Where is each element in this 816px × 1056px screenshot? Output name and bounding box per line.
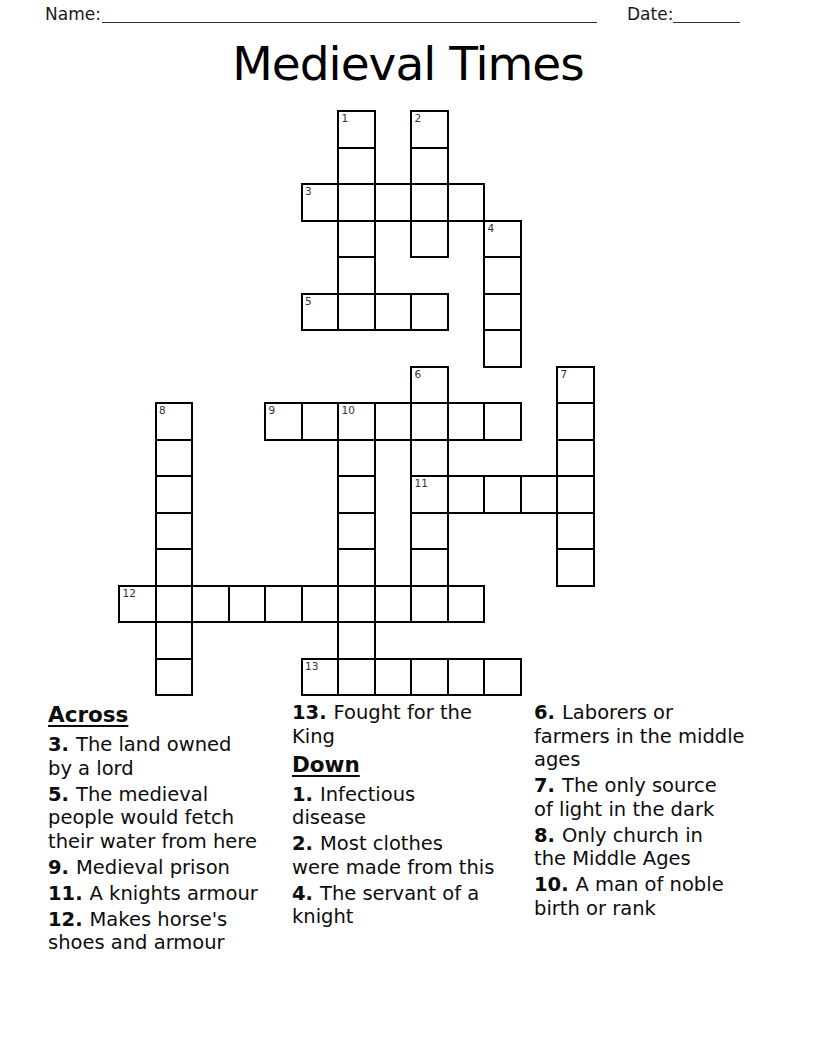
grid-cell[interactable] <box>556 475 595 514</box>
clue-text: The medieval people would fetch their wa… <box>48 783 257 853</box>
clue-number: 12. <box>48 908 83 931</box>
grid-cell[interactable] <box>520 475 559 514</box>
clue-item: 1.Infectious disease <box>292 783 534 830</box>
clue-number: 3. <box>48 733 69 756</box>
grid-cell[interactable]: 10 <box>337 402 376 441</box>
grid-cell[interactable] <box>374 658 413 697</box>
worksheet-title: Medieval Times <box>0 36 816 92</box>
cell-number: 3 <box>305 185 312 198</box>
grid-cell[interactable] <box>447 585 486 624</box>
worksheet-page: Name: Date: Medieval Times 1234567891011… <box>0 0 816 1056</box>
grid-cell[interactable] <box>556 402 595 441</box>
grid-cell[interactable] <box>337 183 376 222</box>
grid-cell[interactable] <box>447 658 486 697</box>
grid-cell[interactable] <box>483 402 522 441</box>
grid-cell[interactable] <box>337 220 376 259</box>
grid-cell[interactable] <box>337 256 376 295</box>
clue-text: The servant of a knight <box>292 882 479 929</box>
cell-number: 2 <box>415 112 422 125</box>
grid-cell[interactable]: 6 <box>410 366 449 405</box>
clue-item: 9.Medieval prison <box>48 856 290 880</box>
grid-cell[interactable] <box>155 658 194 697</box>
grid-cell[interactable] <box>155 475 194 514</box>
clue-number: 7. <box>534 774 555 797</box>
grid-cell[interactable]: 1 <box>337 110 376 149</box>
clue-item: 3.The land owned by a lord <box>48 733 290 780</box>
crossword-grid: 12345678910111213 <box>118 110 597 697</box>
grid-cell[interactable] <box>483 256 522 295</box>
clue-number: 4. <box>292 882 313 905</box>
clue-number: 1. <box>292 783 313 806</box>
clue-header-down: Down <box>292 751 534 778</box>
cell-number: 13 <box>305 660 318 673</box>
clue-column: Across3.The land owned by a lord5.The me… <box>48 701 290 957</box>
clue-text: Laborers or farmers in the middle ages <box>534 701 745 771</box>
grid-cell[interactable]: 3 <box>301 183 340 222</box>
clue-text: The land owned by a lord <box>48 733 231 780</box>
grid-cell[interactable] <box>483 293 522 332</box>
grid-cell[interactable] <box>483 658 522 697</box>
clue-item: 2.Most clothes were made from this <box>292 832 534 879</box>
grid-cell[interactable]: 8 <box>155 402 194 441</box>
clue-number: 5. <box>48 783 69 806</box>
grid-cell[interactable] <box>155 512 194 551</box>
clue-number: 13. <box>292 701 327 724</box>
cell-number: 12 <box>123 587 136 600</box>
clue-text: Only church in the Middle Ages <box>534 824 703 871</box>
grid-cell[interactable] <box>483 475 522 514</box>
clue-number: 10. <box>534 873 569 896</box>
clue-text: Most clothes were made from this <box>292 832 494 879</box>
grid-cell[interactable] <box>155 548 194 587</box>
grid-cell[interactable] <box>155 621 194 660</box>
grid-cell[interactable] <box>337 439 376 478</box>
grid-cell[interactable] <box>410 402 449 441</box>
grid-cell[interactable] <box>410 183 449 222</box>
grid-cell[interactable] <box>374 183 413 222</box>
grid-cell[interactable] <box>301 402 340 441</box>
cell-number: 11 <box>415 477 428 490</box>
grid-cell[interactable] <box>374 585 413 624</box>
clue-text: The only source of light in the dark <box>534 774 717 821</box>
cell-number: 9 <box>269 404 276 417</box>
name-input-line[interactable] <box>102 0 597 23</box>
grid-cell[interactable] <box>337 475 376 514</box>
grid-cell[interactable] <box>483 329 522 368</box>
grid-cell[interactable] <box>228 585 267 624</box>
clue-item: 4.The servant of a knight <box>292 882 534 929</box>
grid-cell[interactable] <box>447 183 486 222</box>
grid-cell[interactable]: 2 <box>410 110 449 149</box>
grid-cell[interactable] <box>264 585 303 624</box>
clue-item: 6.Laborers or farmers in the middle ages <box>534 701 776 772</box>
grid-cell[interactable] <box>410 220 449 259</box>
clue-number: 6. <box>534 701 555 724</box>
clue-item: 10.A man of noble birth or rank <box>534 873 776 920</box>
clue-column: 6.Laborers or farmers in the middle ages… <box>534 701 776 923</box>
clue-number: 2. <box>292 832 313 855</box>
grid-cell[interactable] <box>410 293 449 332</box>
clue-item: 7.The only source of light in the dark <box>534 774 776 821</box>
grid-cell[interactable] <box>337 512 376 551</box>
clue-item: 12.Makes horse's shoes and armour <box>48 908 290 955</box>
grid-cell[interactable]: 4 <box>483 220 522 259</box>
grid-cell[interactable] <box>410 548 449 587</box>
cell-number: 8 <box>159 404 166 417</box>
clue-text: A knights armour <box>90 882 258 905</box>
clue-header-across: Across <box>48 701 290 728</box>
cell-number: 10 <box>342 404 355 417</box>
clue-text: Medieval prison <box>76 856 230 879</box>
clue-item: 5.The medieval people would fetch their … <box>48 783 290 854</box>
grid-cell[interactable] <box>337 293 376 332</box>
grid-cell[interactable] <box>337 621 376 660</box>
grid-cell[interactable]: 11 <box>410 475 449 514</box>
clue-number: 8. <box>534 824 555 847</box>
grid-cell[interactable]: 7 <box>556 366 595 405</box>
grid-cell[interactable] <box>556 439 595 478</box>
grid-cell[interactable] <box>410 439 449 478</box>
clue-number: 11. <box>48 882 83 905</box>
date-label: Date: <box>627 4 673 24</box>
grid-cell[interactable] <box>191 585 230 624</box>
grid-cell[interactable]: 9 <box>264 402 303 441</box>
name-label: Name: <box>45 4 101 24</box>
grid-cell[interactable] <box>410 658 449 697</box>
grid-cell[interactable] <box>337 548 376 587</box>
cell-number: 1 <box>342 112 349 125</box>
cell-number: 7 <box>561 368 568 381</box>
grid-cell[interactable] <box>447 475 486 514</box>
grid-cell[interactable] <box>337 147 376 186</box>
clue-column: 13.Fought for the KingDown1.Infectious d… <box>292 701 534 931</box>
grid-cell[interactable] <box>410 585 449 624</box>
grid-cell[interactable] <box>155 439 194 478</box>
clue-item: 13.Fought for the King <box>292 701 534 748</box>
grid-cell[interactable] <box>410 512 449 551</box>
grid-cell[interactable] <box>556 548 595 587</box>
grid-cell[interactable]: 12 <box>118 585 157 624</box>
grid-cell[interactable] <box>337 658 376 697</box>
grid-cell[interactable]: 5 <box>301 293 340 332</box>
cell-number: 5 <box>305 295 312 308</box>
clue-item: 11.A knights armour <box>48 882 290 906</box>
cell-number: 6 <box>415 368 422 381</box>
grid-cell[interactable] <box>301 585 340 624</box>
grid-cell[interactable] <box>410 147 449 186</box>
grid-cell[interactable] <box>447 402 486 441</box>
clue-item: 8.Only church in the Middle Ages <box>534 824 776 871</box>
clue-number: 9. <box>48 856 69 879</box>
date-input-line[interactable] <box>673 0 740 23</box>
grid-cell[interactable] <box>374 293 413 332</box>
cell-number: 4 <box>488 222 495 235</box>
grid-cell[interactable] <box>337 585 376 624</box>
grid-cell[interactable]: 13 <box>301 658 340 697</box>
grid-cell[interactable] <box>155 585 194 624</box>
grid-cell[interactable] <box>374 402 413 441</box>
grid-cell[interactable] <box>556 512 595 551</box>
